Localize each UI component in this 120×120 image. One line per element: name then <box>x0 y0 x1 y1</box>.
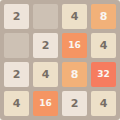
tile-2-r4c3: 2 <box>62 91 87 116</box>
tile-8-r3c3: 8 <box>62 62 87 87</box>
tile-4-r2c4: 4 <box>91 33 116 58</box>
tile-8-r1c4: 8 <box>91 4 116 29</box>
empty-cell-r2c1 <box>4 33 29 58</box>
tile-2-r1c1: 2 <box>4 4 29 29</box>
tile-2-r2c2: 2 <box>33 33 58 58</box>
tile-16-r4c2: 16 <box>33 91 58 116</box>
tile-4-r4c4: 4 <box>91 91 116 116</box>
empty-cell-r1c2 <box>33 4 58 29</box>
tile-2-r3c1: 2 <box>4 62 29 87</box>
tile-4-r1c3: 4 <box>62 4 87 29</box>
tile-32-r3c4: 32 <box>91 62 116 87</box>
tile-4-r3c2: 4 <box>33 62 58 87</box>
tile-16-r2c3: 16 <box>62 33 87 58</box>
tile-4-r4c1: 4 <box>4 91 29 116</box>
2048-board[interactable]: 24821642483241624 <box>0 0 120 120</box>
